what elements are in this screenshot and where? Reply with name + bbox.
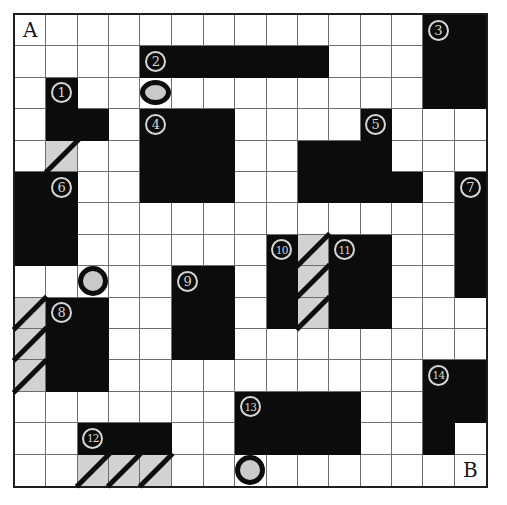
grid-cell[interactable] <box>392 15 423 46</box>
grid-cell[interactable] <box>109 78 140 109</box>
black-cell[interactable] <box>235 423 266 454</box>
grid-cell[interactable] <box>78 392 109 423</box>
grid-cell[interactable] <box>267 78 298 109</box>
black-cell[interactable] <box>109 423 140 454</box>
grid-cell[interactable] <box>392 266 423 297</box>
clue-number-11: 11 <box>334 239 355 260</box>
black-cell[interactable] <box>455 15 486 46</box>
grid-cell[interactable] <box>46 15 77 46</box>
grid-cell[interactable] <box>392 109 423 140</box>
grid-cell[interactable] <box>172 423 203 454</box>
grid-cell[interactable] <box>423 203 454 234</box>
grid-cell[interactable] <box>361 455 392 486</box>
grid-cell[interactable] <box>204 203 235 234</box>
black-cell[interactable] <box>455 360 486 391</box>
black-cell[interactable] <box>298 46 329 77</box>
grid-cell[interactable] <box>109 360 140 391</box>
grid-cell[interactable] <box>423 235 454 266</box>
clue-number-12: 12 <box>82 428 103 449</box>
grid-cell[interactable] <box>140 360 172 391</box>
black-cell[interactable] <box>329 423 360 454</box>
black-cell[interactable] <box>46 203 77 234</box>
grid-cell[interactable] <box>267 329 298 360</box>
black-cell[interactable] <box>392 172 423 203</box>
grid-cell[interactable] <box>109 298 140 329</box>
grid-cell[interactable] <box>235 109 266 140</box>
grid-cell[interactable] <box>172 360 203 391</box>
grid-cell[interactable] <box>204 78 235 109</box>
grid-cell[interactable] <box>267 109 298 140</box>
grid-cell[interactable] <box>329 329 360 360</box>
grid-cell[interactable] <box>298 360 329 391</box>
grid-cell[interactable] <box>46 266 77 297</box>
grid-cell[interactable] <box>235 329 266 360</box>
grid-cell[interactable] <box>267 172 298 203</box>
black-cell[interactable] <box>361 298 392 329</box>
clue-number-13: 13 <box>240 396 261 417</box>
grid-cell[interactable] <box>15 392 46 423</box>
grid-cell[interactable] <box>455 109 486 140</box>
black-cell[interactable]: 2 <box>140 46 172 77</box>
clue-number-1: 1 <box>51 82 72 103</box>
black-cell[interactable] <box>172 109 203 140</box>
grid-cell[interactable] <box>140 298 172 329</box>
black-cell[interactable] <box>267 298 298 329</box>
ellipse-marker <box>140 80 171 105</box>
grid-cell[interactable] <box>267 15 298 46</box>
clue-number-2: 2 <box>145 51 166 72</box>
grid-cell[interactable] <box>392 298 423 329</box>
hatched-cell[interactable] <box>46 141 77 172</box>
black-cell[interactable]: 1 <box>46 78 77 109</box>
grid-cell[interactable] <box>78 235 109 266</box>
black-cell[interactable] <box>423 423 454 454</box>
grid-cell[interactable] <box>140 78 172 109</box>
black-cell[interactable] <box>46 235 77 266</box>
clue-number-10: 10 <box>271 239 292 260</box>
grid-cell[interactable] <box>423 266 454 297</box>
black-cell[interactable] <box>46 329 77 360</box>
grid-cell[interactable] <box>455 298 486 329</box>
grid-cell[interactable] <box>140 15 172 46</box>
grid-cell[interactable] <box>298 109 329 140</box>
grid-cell[interactable] <box>329 360 360 391</box>
grid-cell[interactable] <box>329 109 360 140</box>
black-cell[interactable] <box>172 329 203 360</box>
black-cell[interactable] <box>298 392 329 423</box>
grid-cell[interactable] <box>235 78 266 109</box>
circle-marker <box>235 455 265 485</box>
hatched-cell[interactable] <box>78 455 109 486</box>
grid-cell[interactable] <box>15 455 46 486</box>
start-cell[interactable]: A <box>15 15 46 46</box>
circle-marker <box>78 266 108 296</box>
grid-cell[interactable] <box>329 46 360 77</box>
grid-cell[interactable] <box>172 455 203 486</box>
grid-cell[interactable] <box>267 455 298 486</box>
grid-cell[interactable] <box>140 266 172 297</box>
black-cell[interactable] <box>361 266 392 297</box>
black-cell[interactable] <box>329 172 360 203</box>
grid-cell[interactable] <box>109 46 140 77</box>
clue-number-9: 9 <box>177 271 198 292</box>
black-cell[interactable] <box>298 172 329 203</box>
black-cell[interactable] <box>172 141 203 172</box>
grid-cell[interactable] <box>15 423 46 454</box>
grid-cell[interactable] <box>298 15 329 46</box>
grid-cell[interactable] <box>46 423 77 454</box>
grid-cell[interactable] <box>361 423 392 454</box>
grid-cell[interactable] <box>78 15 109 46</box>
grid-cell[interactable] <box>140 203 172 234</box>
black-cell[interactable] <box>204 329 235 360</box>
black-cell[interactable]: 8 <box>46 298 77 329</box>
grid-cell[interactable] <box>15 46 46 77</box>
black-cell[interactable] <box>423 46 454 77</box>
black-cell[interactable] <box>204 298 235 329</box>
hatched-cell[interactable] <box>15 329 46 360</box>
clue-number-3: 3 <box>428 20 449 41</box>
black-cell[interactable]: 4 <box>140 109 172 140</box>
black-cell[interactable] <box>455 203 486 234</box>
grid-cell[interactable] <box>392 78 423 109</box>
black-cell[interactable] <box>15 172 46 203</box>
grid-cell[interactable] <box>172 15 203 46</box>
clue-number-4: 4 <box>145 114 166 135</box>
grid-cell[interactable] <box>235 15 266 46</box>
grid-cell[interactable] <box>267 360 298 391</box>
black-cell[interactable] <box>204 46 235 77</box>
black-cell[interactable] <box>204 266 235 297</box>
grid-cell[interactable] <box>204 15 235 46</box>
start-label: A <box>23 20 37 40</box>
grid-cell[interactable] <box>109 141 140 172</box>
black-cell[interactable]: 5 <box>361 109 392 140</box>
black-cell[interactable] <box>329 392 360 423</box>
black-cell[interactable] <box>204 109 235 140</box>
black-cell[interactable] <box>172 46 203 77</box>
grid-cell[interactable] <box>455 423 486 454</box>
grid-cell[interactable] <box>46 392 77 423</box>
black-cell[interactable] <box>455 392 486 423</box>
grid-cell[interactable] <box>109 329 140 360</box>
black-cell[interactable] <box>140 423 172 454</box>
grid-cell[interactable] <box>235 203 266 234</box>
black-cell[interactable]: 3 <box>423 15 454 46</box>
grid-cell[interactable] <box>204 360 235 391</box>
hatched-cell[interactable] <box>298 235 329 266</box>
black-cell[interactable] <box>78 329 109 360</box>
grid-cell[interactable] <box>235 172 266 203</box>
black-cell[interactable] <box>329 298 360 329</box>
grid-cell[interactable] <box>298 329 329 360</box>
grid-cell[interactable] <box>329 203 360 234</box>
grid-cell[interactable] <box>423 109 454 140</box>
black-cell[interactable] <box>172 172 203 203</box>
grid-cell[interactable] <box>392 423 423 454</box>
grid-cell[interactable] <box>109 266 140 297</box>
grid-cell[interactable] <box>267 203 298 234</box>
grid-cell[interactable] <box>361 392 392 423</box>
clue-number-6: 6 <box>51 177 72 198</box>
grid-cell[interactable] <box>455 141 486 172</box>
grid-cell[interactable] <box>204 235 235 266</box>
black-cell[interactable] <box>15 235 46 266</box>
black-cell[interactable] <box>361 172 392 203</box>
end-label: B <box>463 460 478 480</box>
black-cell[interactable] <box>455 78 486 109</box>
grid-cell[interactable] <box>172 78 203 109</box>
black-cell[interactable] <box>267 266 298 297</box>
grid-cell[interactable] <box>392 392 423 423</box>
grid-cell[interactable] <box>235 141 266 172</box>
grid-cell[interactable] <box>235 455 266 486</box>
grid-cell[interactable] <box>109 203 140 234</box>
grid-cell[interactable] <box>15 141 46 172</box>
black-cell[interactable] <box>140 141 172 172</box>
black-cell[interactable]: 7 <box>455 172 486 203</box>
grid-cell[interactable] <box>392 46 423 77</box>
grid-cell[interactable] <box>15 266 46 297</box>
grid-cell[interactable] <box>235 266 266 297</box>
grid-cell[interactable] <box>235 298 266 329</box>
grid-cell[interactable] <box>109 109 140 140</box>
grid-cell[interactable] <box>455 329 486 360</box>
black-cell[interactable] <box>140 172 172 203</box>
grid-cell[interactable] <box>46 46 77 77</box>
grid-cell[interactable] <box>172 235 203 266</box>
grid-cell[interactable] <box>392 360 423 391</box>
grid-cell[interactable] <box>392 203 423 234</box>
black-cell[interactable] <box>329 266 360 297</box>
black-cell[interactable] <box>204 141 235 172</box>
grid-cell[interactable] <box>267 141 298 172</box>
grid-cell[interactable] <box>361 15 392 46</box>
black-cell[interactable] <box>267 46 298 77</box>
grid-cell[interactable] <box>15 78 46 109</box>
black-cell[interactable] <box>423 392 454 423</box>
puzzle-board: A3214567101198141312B <box>13 13 488 488</box>
black-cell[interactable]: 9 <box>172 266 203 297</box>
black-cell[interactable] <box>78 360 109 391</box>
clue-number-5: 5 <box>365 114 386 135</box>
grid-cell[interactable] <box>78 141 109 172</box>
black-cell[interactable] <box>267 392 298 423</box>
grid-cell[interactable] <box>423 298 454 329</box>
black-cell[interactable] <box>78 109 109 140</box>
grid-cell[interactable] <box>140 392 172 423</box>
black-cell[interactable] <box>361 141 392 172</box>
grid-cell[interactable] <box>204 455 235 486</box>
grid-cell[interactable] <box>392 235 423 266</box>
grid-cell[interactable] <box>423 329 454 360</box>
black-cell[interactable] <box>423 78 454 109</box>
grid-cell[interactable] <box>298 203 329 234</box>
black-cell[interactable] <box>172 298 203 329</box>
grid-cell[interactable] <box>46 455 77 486</box>
black-cell[interactable]: 10 <box>267 235 298 266</box>
black-cell[interactable] <box>204 172 235 203</box>
grid-cell[interactable] <box>109 392 140 423</box>
black-cell[interactable] <box>78 298 109 329</box>
grid-cell[interactable] <box>361 78 392 109</box>
black-cell[interactable] <box>298 141 329 172</box>
black-cell[interactable]: 13 <box>235 392 266 423</box>
hatched-cell[interactable] <box>15 360 46 391</box>
grid-cell[interactable] <box>109 15 140 46</box>
grid-cell[interactable] <box>235 235 266 266</box>
grid-cell[interactable] <box>140 329 172 360</box>
black-cell[interactable] <box>15 203 46 234</box>
grid-cell[interactable] <box>298 455 329 486</box>
black-cell[interactable] <box>235 46 266 77</box>
grid-cell[interactable] <box>15 109 46 140</box>
grid-cell[interactable] <box>235 360 266 391</box>
grid-cell[interactable] <box>78 172 109 203</box>
grid-cell[interactable] <box>392 329 423 360</box>
grid-cell[interactable] <box>361 360 392 391</box>
black-cell[interactable] <box>329 141 360 172</box>
grid-cell[interactable] <box>78 46 109 77</box>
hatched-cell[interactable] <box>140 455 172 486</box>
grid-cell[interactable] <box>423 455 454 486</box>
grid-cell[interactable] <box>140 235 172 266</box>
grid-cell[interactable] <box>78 78 109 109</box>
grid-cell[interactable] <box>172 203 203 234</box>
grid-cell[interactable] <box>423 141 454 172</box>
black-cell[interactable] <box>46 360 77 391</box>
black-cell[interactable] <box>455 235 486 266</box>
grid-cell[interactable] <box>78 203 109 234</box>
grid-cell[interactable] <box>329 78 360 109</box>
clue-number-8: 8 <box>51 302 72 323</box>
black-cell[interactable]: 6 <box>46 172 77 203</box>
black-cell[interactable] <box>455 266 486 297</box>
hatched-cell[interactable] <box>109 455 140 486</box>
grid-cell[interactable] <box>329 15 360 46</box>
end-cell[interactable]: B <box>455 455 486 486</box>
black-cell[interactable]: 14 <box>423 360 454 391</box>
grid-cell[interactable] <box>109 172 140 203</box>
grid-cell[interactable] <box>204 392 235 423</box>
grid-cell[interactable] <box>361 46 392 77</box>
hatched-cell[interactable] <box>298 266 329 297</box>
grid-cell[interactable] <box>109 235 140 266</box>
grid-cell[interactable] <box>392 141 423 172</box>
hatched-cell[interactable] <box>15 298 46 329</box>
black-cell[interactable] <box>298 423 329 454</box>
grid-cell[interactable] <box>78 266 109 297</box>
clue-number-14: 14 <box>428 365 449 386</box>
black-cell[interactable] <box>455 46 486 77</box>
grid-cell[interactable] <box>361 203 392 234</box>
grid-cell[interactable] <box>204 423 235 454</box>
hatched-cell[interactable] <box>298 298 329 329</box>
black-cell[interactable]: 12 <box>78 423 109 454</box>
grid-cell[interactable] <box>298 78 329 109</box>
black-cell[interactable] <box>46 109 77 140</box>
grid-cell[interactable] <box>329 455 360 486</box>
grid-cell[interactable] <box>361 329 392 360</box>
black-cell[interactable]: 11 <box>329 235 360 266</box>
black-cell[interactable] <box>267 423 298 454</box>
grid-cell[interactable] <box>423 172 454 203</box>
black-cell[interactable] <box>361 235 392 266</box>
grid-cell[interactable] <box>172 392 203 423</box>
clue-number-7: 7 <box>460 177 481 198</box>
grid-cell[interactable] <box>392 455 423 486</box>
